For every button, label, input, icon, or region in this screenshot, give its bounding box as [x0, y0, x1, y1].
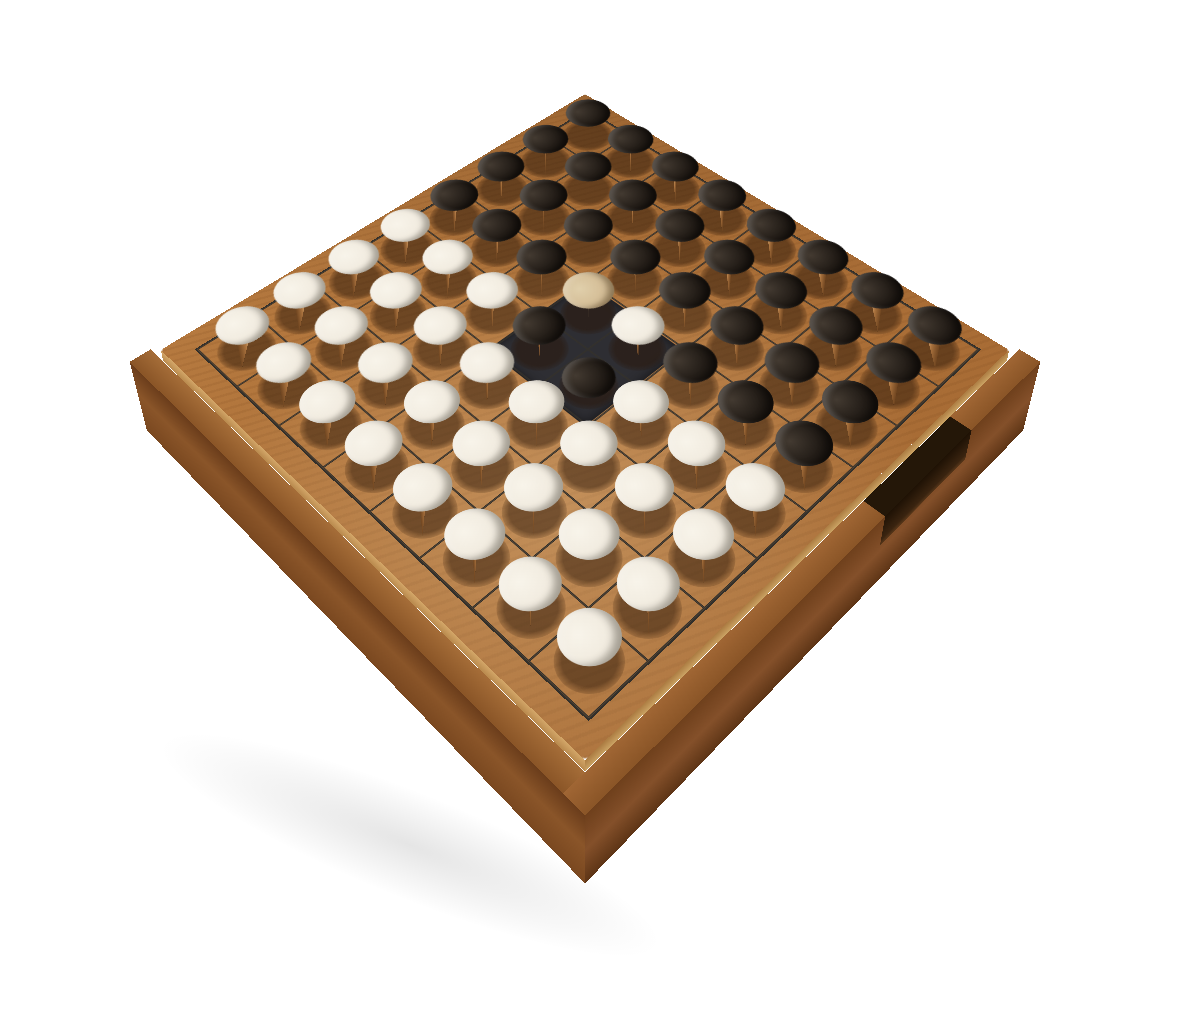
scene-3d [0, 0, 1188, 1024]
game-box [161, 94, 1010, 760]
board-grid [195, 109, 982, 721]
othello-board [161, 94, 1010, 760]
photo-canvas [0, 0, 1188, 1024]
